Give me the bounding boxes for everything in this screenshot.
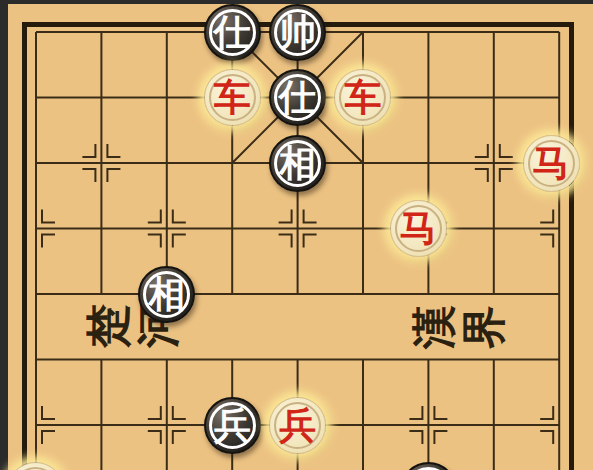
piece-dark-soldier[interactable]: 兵 (204, 397, 261, 454)
piece-character: 车 (344, 79, 381, 116)
piece-dark-elephant[interactable]: 相 (138, 266, 195, 323)
piece-character: 仕 (214, 14, 251, 51)
piece-red-chariot[interactable]: 车 (334, 69, 391, 126)
piece-dark-elephant[interactable]: 相 (269, 135, 326, 192)
piece-character: 相 (148, 276, 185, 313)
piece-character: 马 (400, 210, 437, 247)
piece-dark-general[interactable]: 帅 (269, 4, 326, 61)
piece-red-horse[interactable]: 马 (523, 135, 580, 192)
piece-red-horse[interactable]: 马 (390, 200, 447, 257)
piece-character: 车 (214, 79, 251, 116)
piece-character: 仕 (279, 79, 316, 116)
piece-dark-advisor[interactable]: 仕 (204, 4, 261, 61)
piece-character: 马 (533, 145, 570, 182)
xiangqi-screenshot: { "game": "xiangqi", "view": "cropped ov… (0, 0, 593, 470)
piece-red-partial-piece[interactable] (7, 462, 64, 470)
pieces-grid: 仕帅车仕车相马马相兵兵 (3, 0, 592, 470)
piece-dark-partial-piece[interactable] (400, 462, 457, 470)
piece-character: 相 (279, 145, 316, 182)
piece-dark-advisor[interactable]: 仕 (269, 69, 326, 126)
piece-red-chariot[interactable]: 车 (204, 69, 261, 126)
piece-character: 帅 (279, 14, 316, 51)
piece-character: 兵 (279, 407, 316, 444)
piece-character: 兵 (214, 407, 251, 444)
piece-red-soldier[interactable]: 兵 (269, 397, 326, 454)
